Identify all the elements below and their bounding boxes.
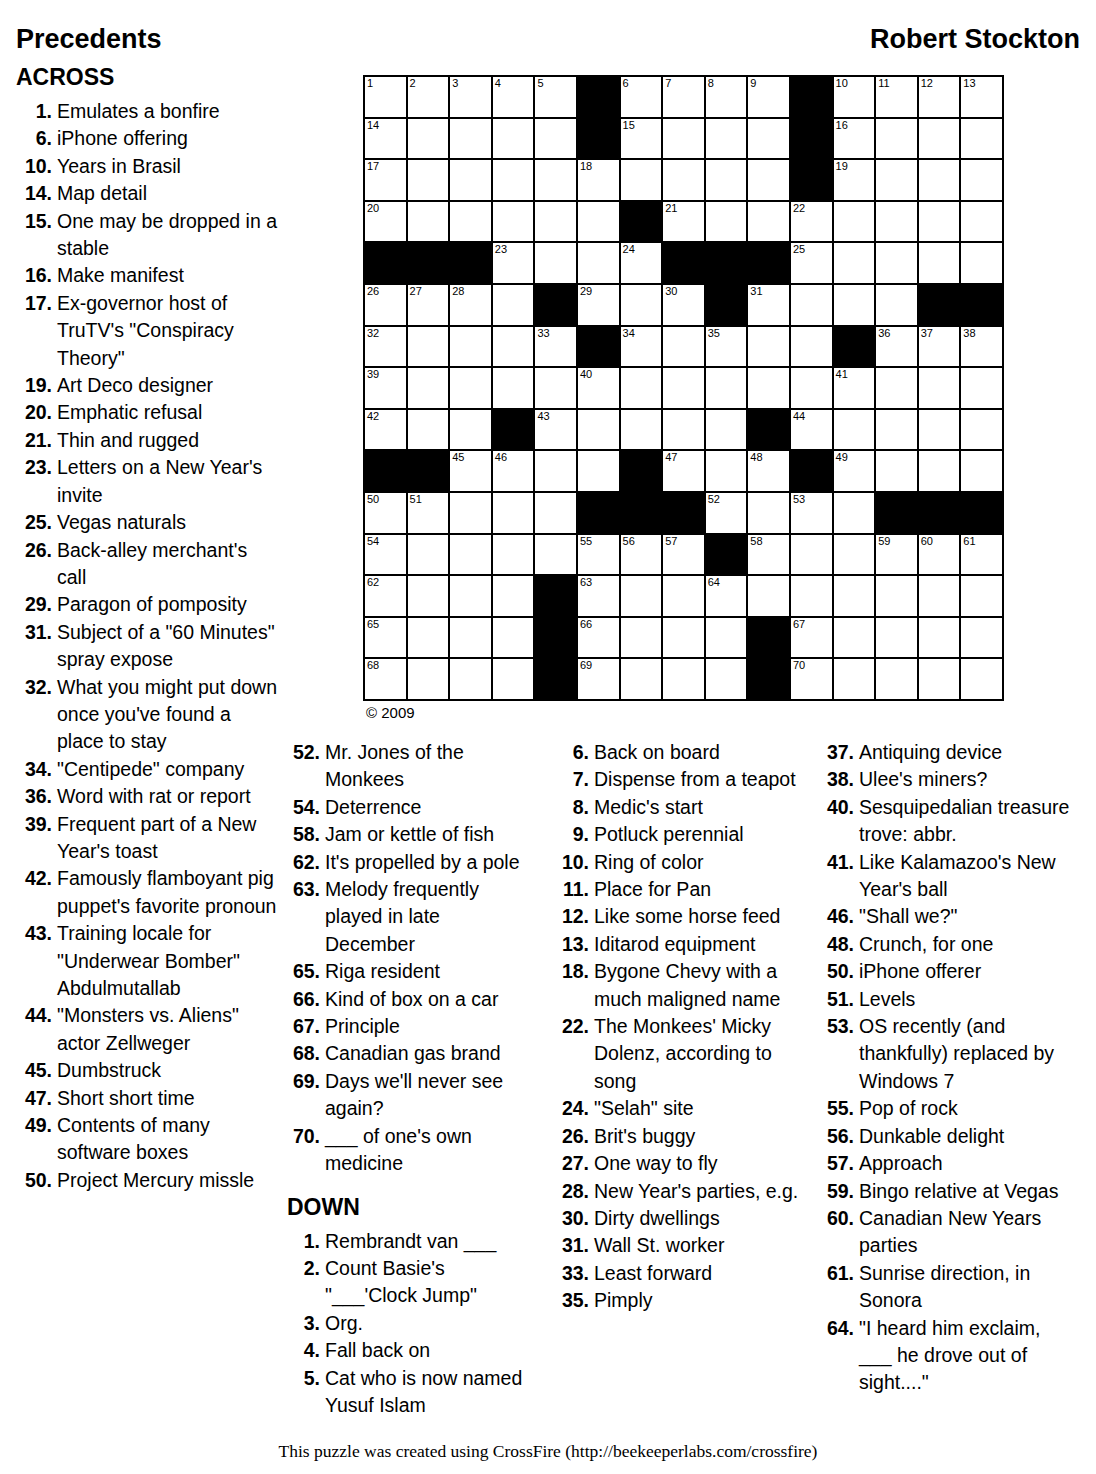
grid-cell[interactable] (492, 159, 535, 201)
grid-cell[interactable] (705, 658, 748, 700)
clue-number: 24. (556, 1095, 594, 1122)
cell-number: 18 (580, 160, 592, 173)
grid-cell[interactable] (960, 450, 1003, 492)
grid-cell[interactable]: 22 (790, 201, 833, 243)
grid-cell[interactable] (918, 159, 961, 201)
grid-cell[interactable]: 49 (833, 450, 876, 492)
grid-cell[interactable] (747, 118, 790, 160)
clue-text: Training locale for "Underwear Bomber" A… (57, 920, 280, 1002)
grid-cell[interactable] (705, 450, 748, 492)
grid-cell[interactable] (620, 617, 663, 659)
black-cell (705, 284, 748, 326)
grid-cell[interactable] (833, 284, 876, 326)
grid-cell[interactable] (918, 118, 961, 160)
clue-text: Map detail (57, 180, 280, 207)
black-cell (534, 575, 577, 617)
grid-cell[interactable]: 7 (662, 76, 705, 118)
grid-cell[interactable] (833, 201, 876, 243)
grid-cell[interactable] (492, 575, 535, 617)
clue-item: 2.Count Basie's "___'Clock Jump" (287, 1255, 534, 1310)
grid-cell[interactable] (492, 201, 535, 243)
grid-cell[interactable] (620, 284, 663, 326)
grid-cell[interactable] (492, 658, 535, 700)
clue-text: Org. (325, 1310, 534, 1337)
grid-cell[interactable] (577, 409, 620, 451)
cell-number: 26 (367, 285, 379, 298)
grid-cell[interactable]: 40 (577, 367, 620, 409)
grid-cell[interactable] (407, 575, 450, 617)
clue-item: 54.Deterrence (287, 794, 534, 821)
clue-text: Melody frequently played in late Decembe… (325, 876, 534, 958)
grid-cell[interactable]: 65 (364, 617, 407, 659)
grid-cell[interactable] (534, 118, 577, 160)
clue-text: Least forward (594, 1260, 810, 1287)
cell-number: 27 (410, 285, 422, 298)
clue-text: iPhone offering (57, 125, 280, 152)
grid-cell[interactable] (705, 159, 748, 201)
grid-cell[interactable] (875, 242, 918, 284)
grid-cell[interactable] (790, 284, 833, 326)
grid-cell[interactable] (875, 118, 918, 160)
clue-item: 58.Jam or kettle of fish (287, 821, 534, 848)
grid-cell[interactable] (918, 617, 961, 659)
black-cell (534, 284, 577, 326)
grid-cell[interactable]: 10 (833, 76, 876, 118)
cell-number: 50 (367, 493, 379, 506)
cell-number: 45 (452, 451, 464, 464)
clue-item: 63.Melody frequently played in late Dece… (287, 876, 534, 958)
clue-text: Potluck perennial (594, 821, 810, 848)
clue-text: ___ of one's own medicine (325, 1123, 534, 1178)
clue-text: Dispense from a teapot (594, 766, 810, 793)
clue-text: Deterrence (325, 794, 534, 821)
clue-item: 26.Back-alley merchant's call (16, 537, 280, 592)
cell-number: 17 (367, 160, 379, 173)
grid-cell[interactable] (492, 534, 535, 576)
grid-cell[interactable] (918, 242, 961, 284)
grid-cell[interactable]: 52 (705, 492, 748, 534)
grid-cell[interactable] (620, 367, 663, 409)
grid-cell[interactable] (833, 575, 876, 617)
grid-cell[interactable] (620, 658, 663, 700)
grid-cell[interactable]: 18 (577, 159, 620, 201)
clue-item: 42.Famously flamboyant pig puppet's favo… (16, 865, 280, 920)
cell-number: 42 (367, 410, 379, 423)
clue-item: 22.The Monkees' Micky Dolenz, according … (556, 1013, 810, 1095)
grid-cell[interactable] (960, 201, 1003, 243)
clue-text: Subject of a "60 Minutes" spray expose (57, 619, 280, 674)
grid-cell[interactable] (960, 409, 1003, 451)
clue-number: 34. (16, 756, 57, 783)
grid-cell[interactable] (875, 575, 918, 617)
clue-number: 35. (556, 1287, 594, 1314)
grid-cell[interactable] (620, 575, 663, 617)
clue-number: 18. (556, 958, 594, 1013)
grid-cell[interactable] (705, 409, 748, 451)
grid-cell[interactable] (662, 118, 705, 160)
clue-text: Letters on a New Year's invite (57, 454, 280, 509)
grid-cell[interactable]: 54 (364, 534, 407, 576)
cell-number: 60 (921, 535, 933, 548)
grid-cell[interactable]: 46 (492, 450, 535, 492)
grid-cell[interactable] (407, 409, 450, 451)
grid-cell[interactable]: 55 (577, 534, 620, 576)
grid-cell[interactable]: 26 (364, 284, 407, 326)
grid-cell[interactable]: 43 (534, 409, 577, 451)
grid-cell[interactable] (875, 159, 918, 201)
grid-cell[interactable] (407, 326, 450, 368)
grid-cell[interactable]: 50 (364, 492, 407, 534)
cell-number: 66 (580, 618, 592, 631)
grid-cell[interactable]: 61 (960, 534, 1003, 576)
grid-cell[interactable] (492, 617, 535, 659)
clue-item: 43.Training locale for "Underwear Bomber… (16, 920, 280, 1002)
grid-cell[interactable] (918, 367, 961, 409)
clue-text: Make manifest (57, 262, 280, 289)
grid-cell[interactable]: 60 (918, 534, 961, 576)
grid-cell[interactable] (449, 534, 492, 576)
grid-cell[interactable]: 29 (577, 284, 620, 326)
clue-text: Levels (859, 986, 1077, 1013)
grid-cell[interactable] (662, 367, 705, 409)
grid-cell[interactable] (918, 575, 961, 617)
grid-cell[interactable] (747, 159, 790, 201)
down-clue-list: 1.Rembrandt van ___2.Count Basie's "___'… (287, 1228, 534, 1420)
grid-cell[interactable] (875, 367, 918, 409)
clue-item: 65.Riga resident (287, 958, 534, 985)
clue-number: 51. (821, 986, 859, 1013)
grid-cell[interactable] (833, 658, 876, 700)
clue-text: Word with rat or report (57, 783, 280, 810)
grid-cell[interactable] (747, 492, 790, 534)
grid-cell[interactable] (449, 201, 492, 243)
black-cell (875, 492, 918, 534)
cell-number: 59 (878, 535, 890, 548)
cell-number: 52 (708, 493, 720, 506)
clue-item: 1.Emulates a bonfire (16, 98, 280, 125)
across-clue-list-continued: 52.Mr. Jones of the Monkees54.Deterrence… (287, 739, 534, 1178)
grid-cell[interactable] (918, 409, 961, 451)
grid-cell[interactable]: 56 (620, 534, 663, 576)
grid-cell[interactable] (833, 617, 876, 659)
clue-number: 19. (16, 372, 57, 399)
grid-cell[interactable] (790, 367, 833, 409)
grid-cell[interactable]: 11 (875, 76, 918, 118)
clue-item: 46."Shall we?" (821, 903, 1077, 930)
grid-cell[interactable] (492, 118, 535, 160)
grid-cell[interactable] (875, 409, 918, 451)
grid-cell[interactable]: 20 (364, 201, 407, 243)
grid-cell[interactable] (534, 450, 577, 492)
grid-cell[interactable]: 12 (918, 76, 961, 118)
black-cell (534, 617, 577, 659)
clue-number: 64. (821, 1315, 859, 1397)
grid-cell[interactable] (407, 159, 450, 201)
black-cell (407, 242, 450, 284)
clue-item: 7.Dispense from a teapot (556, 766, 810, 793)
grid-cell[interactable]: 67 (790, 617, 833, 659)
grid-cell[interactable]: 3 (449, 76, 492, 118)
grid-cell[interactable]: 4 (492, 76, 535, 118)
grid-cell[interactable] (492, 284, 535, 326)
grid-cell[interactable] (662, 658, 705, 700)
clue-number: 36. (16, 783, 57, 810)
grid-cell[interactable]: 57 (662, 534, 705, 576)
grid-cell[interactable] (407, 201, 450, 243)
grid-cell[interactable]: 51 (407, 492, 450, 534)
grid-cell[interactable] (534, 534, 577, 576)
clue-item: 1.Rembrandt van ___ (287, 1228, 534, 1255)
grid-cell[interactable]: 1 (364, 76, 407, 118)
grid-cell[interactable] (449, 575, 492, 617)
clue-number: 33. (556, 1260, 594, 1287)
grid-cell[interactable] (449, 367, 492, 409)
grid-cell[interactable]: 47 (662, 450, 705, 492)
cell-number: 46 (495, 451, 507, 464)
grid-cell[interactable]: 34 (620, 326, 663, 368)
grid-cell[interactable] (449, 159, 492, 201)
clue-text: Like some horse feed (594, 903, 810, 930)
grid-cell[interactable] (833, 492, 876, 534)
grid-cell[interactable]: 42 (364, 409, 407, 451)
grid-cell[interactable] (747, 326, 790, 368)
grid-cell[interactable] (534, 492, 577, 534)
grid-cell[interactable]: 19 (833, 159, 876, 201)
grid-cell[interactable] (833, 534, 876, 576)
cell-number: 13 (963, 77, 975, 90)
grid-cell[interactable] (492, 326, 535, 368)
cell-number: 65 (367, 618, 379, 631)
cell-number: 48 (750, 451, 762, 464)
grid-cell[interactable]: 33 (534, 326, 577, 368)
clue-number: 63. (287, 876, 325, 958)
grid-cell[interactable]: 32 (364, 326, 407, 368)
grid-cell[interactable]: 37 (918, 326, 961, 368)
grid-cell[interactable] (492, 367, 535, 409)
grid-cell[interactable] (960, 367, 1003, 409)
grid-cell[interactable] (492, 492, 535, 534)
grid-cell[interactable] (747, 201, 790, 243)
grid-cell[interactable]: 6 (620, 76, 663, 118)
grid-cell[interactable] (449, 409, 492, 451)
clue-item: 61.Sunrise direction, in Sonora (821, 1260, 1077, 1315)
grid-cell[interactable]: 27 (407, 284, 450, 326)
grid-cell[interactable] (407, 367, 450, 409)
grid-cell[interactable] (407, 118, 450, 160)
grid-cell[interactable]: 64 (705, 575, 748, 617)
grid-cell[interactable]: 66 (577, 617, 620, 659)
grid-cell[interactable] (407, 534, 450, 576)
grid-cell[interactable] (449, 492, 492, 534)
grid-cell[interactable] (534, 367, 577, 409)
clue-text: One may be dropped in a stable (57, 208, 280, 263)
cell-number: 23 (495, 243, 507, 256)
clue-text: Rembrandt van ___ (325, 1228, 534, 1255)
grid-cell[interactable]: 25 (790, 242, 833, 284)
cell-number: 32 (367, 327, 379, 340)
grid-cell[interactable] (960, 575, 1003, 617)
clue-item: 18.Bygone Chevy with a much maligned nam… (556, 958, 810, 1013)
grid-cell[interactable] (577, 201, 620, 243)
grid-cell[interactable]: 9 (747, 76, 790, 118)
clue-number: 17. (16, 290, 57, 372)
grid-cell[interactable]: 36 (875, 326, 918, 368)
grid-cell[interactable] (534, 159, 577, 201)
grid-cell[interactable] (449, 326, 492, 368)
grid-cell[interactable] (875, 617, 918, 659)
clue-text: Project Mercury missle (57, 1167, 280, 1194)
grid-cell[interactable]: 17 (364, 159, 407, 201)
grid-cell[interactable] (960, 617, 1003, 659)
clue-column-4: 37.Antiquing device38.Ulee's miners?40.S… (821, 739, 1077, 1397)
black-cell (790, 159, 833, 201)
grid-cell[interactable] (705, 201, 748, 243)
grid-cell[interactable]: 5 (534, 76, 577, 118)
grid-cell[interactable] (918, 658, 961, 700)
grid-cell[interactable]: 15 (620, 118, 663, 160)
clue-item: 64."I heard him exclaim, ___ he drove ou… (821, 1315, 1077, 1397)
clue-number: 7. (556, 766, 594, 793)
clue-text: Famously flamboyant pig puppet's favorit… (57, 865, 280, 920)
grid-cell[interactable] (790, 575, 833, 617)
grid-cell[interactable]: 59 (875, 534, 918, 576)
grid-cell[interactable] (875, 658, 918, 700)
grid-cell[interactable] (918, 450, 961, 492)
grid-cell[interactable] (875, 201, 918, 243)
grid-cell[interactable] (875, 450, 918, 492)
grid-cell[interactable] (620, 409, 663, 451)
clue-item: 19.Art Deco designer (16, 372, 280, 399)
grid-cell[interactable]: 41 (833, 367, 876, 409)
clue-number: 13. (556, 931, 594, 958)
clue-number: 66. (287, 986, 325, 1013)
clue-item: 5.Cat who is now named Yusuf Islam (287, 1365, 534, 1420)
grid-cell[interactable] (620, 159, 663, 201)
grid-cell[interactable] (662, 409, 705, 451)
grid-cell[interactable] (790, 326, 833, 368)
grid-cell[interactable] (662, 159, 705, 201)
clue-text: Ulee's miners? (859, 766, 1077, 793)
grid-cell[interactable] (534, 201, 577, 243)
grid-cell[interactable] (747, 367, 790, 409)
grid-cell[interactable] (662, 326, 705, 368)
grid-cell[interactable] (705, 118, 748, 160)
grid-cell[interactable]: 53 (790, 492, 833, 534)
grid-cell[interactable]: 63 (577, 575, 620, 617)
grid-cell[interactable]: 68 (364, 658, 407, 700)
grid-cell[interactable] (449, 617, 492, 659)
cell-number: 6 (623, 77, 629, 90)
grid-cell[interactable]: 38 (960, 326, 1003, 368)
clue-text: Dumbstruck (57, 1057, 280, 1084)
clue-text: Like Kalamazoo's New Year's ball (859, 849, 1077, 904)
clue-item: 40.Sesquipedalian treasure trove: abbr. (821, 794, 1077, 849)
black-cell (918, 284, 961, 326)
clue-text: Emulates a bonfire (57, 98, 280, 125)
grid-cell[interactable] (790, 534, 833, 576)
clue-number: 29. (16, 591, 57, 618)
grid-cell[interactable]: 16 (833, 118, 876, 160)
clue-text: Pimply (594, 1287, 810, 1314)
clue-number: 57. (821, 1150, 859, 1177)
grid-cell[interactable]: 35 (705, 326, 748, 368)
clue-item: 33.Least forward (556, 1260, 810, 1287)
grid-cell[interactable] (577, 242, 620, 284)
grid-cell[interactable]: 58 (747, 534, 790, 576)
grid-cell[interactable] (662, 575, 705, 617)
grid-cell[interactable] (918, 201, 961, 243)
grid-cell[interactable] (833, 242, 876, 284)
grid-cell[interactable] (960, 658, 1003, 700)
grid-cell[interactable] (407, 617, 450, 659)
grid-cell[interactable] (960, 118, 1003, 160)
grid-cell[interactable] (705, 367, 748, 409)
grid-cell[interactable]: 14 (364, 118, 407, 160)
clue-item: 44."Monsters vs. Aliens" actor Zellweger (16, 1002, 280, 1057)
grid-cell[interactable]: 45 (449, 450, 492, 492)
grid-cell[interactable] (662, 617, 705, 659)
clue-text: Back on board (594, 739, 810, 766)
grid-cell[interactable]: 28 (449, 284, 492, 326)
grid-cell[interactable]: 8 (705, 76, 748, 118)
grid-cell[interactable] (577, 450, 620, 492)
grid-cell[interactable]: 69 (577, 658, 620, 700)
grid-cell[interactable] (449, 118, 492, 160)
grid-cell[interactable] (960, 159, 1003, 201)
grid-cell[interactable] (747, 575, 790, 617)
cell-number: 25 (793, 243, 805, 256)
cell-number: 37 (921, 327, 933, 340)
grid-cell[interactable] (705, 617, 748, 659)
black-cell (407, 450, 450, 492)
grid-cell[interactable] (875, 284, 918, 326)
grid-cell[interactable]: 23 (492, 242, 535, 284)
grid-cell[interactable]: 39 (364, 367, 407, 409)
clue-text: New Year's parties, e.g. (594, 1178, 810, 1205)
grid-cell[interactable]: 21 (662, 201, 705, 243)
clue-item: 52.Mr. Jones of the Monkees (287, 739, 534, 794)
clue-number: 52. (287, 739, 325, 794)
grid-cell[interactable]: 48 (747, 450, 790, 492)
clue-text: Medic's start (594, 794, 810, 821)
grid-cell[interactable]: 13 (960, 76, 1003, 118)
grid-cell[interactable]: 24 (620, 242, 663, 284)
clue-number: 12. (556, 903, 594, 930)
grid-cell[interactable]: 2 (407, 76, 450, 118)
grid-cell[interactable]: 44 (790, 409, 833, 451)
grid-cell[interactable] (407, 658, 450, 700)
cell-number: 24 (623, 243, 635, 256)
black-cell (960, 284, 1003, 326)
grid-cell[interactable] (449, 658, 492, 700)
grid-cell[interactable] (534, 242, 577, 284)
black-cell (705, 534, 748, 576)
clue-text: OS recently (and thankfully) replaced by… (859, 1013, 1077, 1095)
clue-text: Short short time (57, 1085, 280, 1112)
clue-item: 24."Selah" site (556, 1095, 810, 1122)
grid-cell[interactable]: 30 (662, 284, 705, 326)
clue-item: 38.Ulee's miners? (821, 766, 1077, 793)
grid-cell[interactable]: 62 (364, 575, 407, 617)
clue-item: 51.Levels (821, 986, 1077, 1013)
grid-cell[interactable]: 70 (790, 658, 833, 700)
clue-number: 14. (16, 180, 57, 207)
grid-cell[interactable] (833, 409, 876, 451)
clue-item: 16.Make manifest (16, 262, 280, 289)
across-header: ACROSS (16, 64, 280, 91)
grid-cell[interactable] (960, 242, 1003, 284)
grid-cell[interactable]: 31 (747, 284, 790, 326)
